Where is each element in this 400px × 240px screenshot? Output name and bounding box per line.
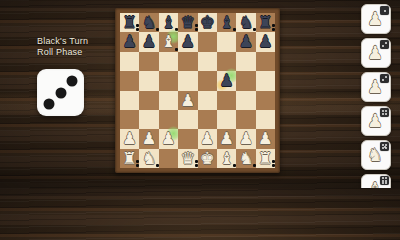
square-g5[interactable]: [236, 71, 255, 90]
tray-slot-2[interactable]: ♟: [361, 38, 391, 68]
phase-label: Roll Phase: [37, 47, 88, 58]
square-c2[interactable]: ♟: [159, 129, 178, 148]
square-e8[interactable]: ♚: [198, 13, 217, 32]
mini-die-5-icon: [380, 142, 389, 151]
square-d4[interactable]: ♟: [178, 91, 197, 110]
square-h3[interactable]: [256, 110, 275, 129]
square-h4[interactable]: [256, 91, 275, 110]
black-king[interactable]: ♚: [198, 13, 217, 32]
square-e5[interactable]: [198, 71, 217, 90]
square-e3[interactable]: [198, 110, 217, 129]
square-c7[interactable]: ♝: [159, 32, 178, 51]
tray-slot-4[interactable]: ♟: [361, 106, 391, 136]
turn-status: Black's Turn Roll Phase: [37, 36, 88, 58]
square-a7[interactable]: ♟: [120, 32, 139, 51]
white-pawn[interactable]: ♟: [139, 129, 158, 148]
square-c6[interactable]: [159, 52, 178, 71]
mini-die-6-icon: [380, 176, 389, 185]
square-b7[interactable]: ♟: [139, 32, 158, 51]
square-b6[interactable]: [139, 52, 158, 71]
mini-die-2-icon: [380, 40, 389, 49]
square-b3[interactable]: [139, 110, 158, 129]
black-pawn[interactable]: ♟: [139, 32, 158, 51]
piece-die-badge: [272, 24, 275, 31]
tray-slot-3[interactable]: ♟: [361, 72, 391, 102]
square-a1[interactable]: ♜: [120, 149, 139, 168]
square-b1[interactable]: ♞: [139, 149, 158, 168]
square-g8[interactable]: ♞: [236, 13, 255, 32]
square-c4[interactable]: [159, 91, 178, 110]
square-d8[interactable]: ♛: [178, 13, 197, 32]
square-e2[interactable]: ♟: [198, 129, 217, 148]
mini-die-4-icon: [380, 108, 389, 117]
square-e4[interactable]: [198, 91, 217, 110]
black-pawn[interactable]: ♟: [256, 32, 275, 51]
square-g2[interactable]: ♟: [236, 129, 255, 148]
black-pawn[interactable]: ♟: [178, 32, 197, 51]
piece-roll-tray: ♟♟♟♟♞♝: [361, 4, 391, 188]
square-a6[interactable]: [120, 52, 139, 71]
black-pawn[interactable]: ♟: [236, 32, 255, 51]
square-d6[interactable]: [178, 52, 197, 71]
square-b8[interactable]: ♞: [139, 13, 158, 32]
square-h8[interactable]: ♜: [256, 13, 275, 32]
piece-die-badge: [272, 160, 275, 167]
square-e6[interactable]: [198, 52, 217, 71]
white-pawn[interactable]: ♟: [236, 129, 255, 148]
square-c1[interactable]: [159, 149, 178, 168]
square-a3[interactable]: [120, 110, 139, 129]
square-b5[interactable]: [139, 71, 158, 90]
mini-die-2-icon: [380, 74, 389, 83]
square-d7[interactable]: ♟: [178, 32, 197, 51]
square-f7[interactable]: [217, 32, 236, 51]
chess-board[interactable]: ♜♞♝♛♚♝♞♜♟♟♝♟♟♟♟♟♟♟♟♟♟♟♟♜♞♛♚♝♞♜: [120, 13, 275, 168]
square-g4[interactable]: [236, 91, 255, 110]
square-a8[interactable]: ♜: [120, 13, 139, 32]
square-g6[interactable]: [236, 52, 255, 71]
white-pawn[interactable]: ♟: [178, 91, 197, 110]
square-f6[interactable]: [217, 52, 236, 71]
square-h6[interactable]: [256, 52, 275, 71]
square-h7[interactable]: ♟: [256, 32, 275, 51]
square-a4[interactable]: [120, 91, 139, 110]
square-a2[interactable]: ♟: [120, 129, 139, 148]
black-pawn[interactable]: ♟: [120, 32, 139, 51]
white-king[interactable]: ♚: [198, 149, 217, 168]
white-pawn[interactable]: ♟: [256, 129, 275, 148]
square-c3[interactable]: [159, 110, 178, 129]
square-g1[interactable]: ♞: [236, 149, 255, 168]
square-b4[interactable]: [139, 91, 158, 110]
square-g7[interactable]: ♟: [236, 32, 255, 51]
mini-die-1-icon: [380, 6, 389, 15]
tray-slot-1[interactable]: ♟: [361, 4, 391, 34]
square-d3[interactable]: [178, 110, 197, 129]
turn-label: Black's Turn: [37, 36, 88, 47]
white-pawn[interactable]: ♟: [217, 129, 236, 148]
tray-slot-6[interactable]: ♝: [361, 174, 391, 188]
square-c8[interactable]: ♝: [159, 13, 178, 32]
square-g3[interactable]: [236, 110, 255, 129]
square-f8[interactable]: ♝: [217, 13, 236, 32]
tray-slot-5[interactable]: ♞: [361, 140, 391, 170]
square-a5[interactable]: [120, 71, 139, 90]
square-d1[interactable]: ♛: [178, 149, 197, 168]
square-f1[interactable]: ♝: [217, 149, 236, 168]
square-d2[interactable]: [178, 129, 197, 148]
white-pawn[interactable]: ♟: [120, 129, 139, 148]
white-pawn[interactable]: ♟: [159, 129, 178, 148]
black-pawn[interactable]: ♟: [217, 71, 236, 90]
square-h5[interactable]: [256, 71, 275, 90]
square-f2[interactable]: ♟: [217, 129, 236, 148]
square-d5[interactable]: [178, 71, 197, 90]
square-b2[interactable]: ♟: [139, 129, 158, 148]
square-e1[interactable]: ♚: [198, 149, 217, 168]
square-c5[interactable]: [159, 71, 178, 90]
chess-board-frame: ♜♞♝♛♚♝♞♜♟♟♝♟♟♟♟♟♟♟♟♟♟♟♟♜♞♛♚♝♞♜: [115, 8, 280, 173]
square-h2[interactable]: ♟: [256, 129, 275, 148]
square-f3[interactable]: [217, 110, 236, 129]
square-f4[interactable]: [217, 91, 236, 110]
white-pawn[interactable]: ♟: [198, 129, 217, 148]
square-h1[interactable]: ♜: [256, 149, 275, 168]
square-f5[interactable]: ♟: [217, 71, 236, 90]
square-e7[interactable]: [198, 32, 217, 51]
dice[interactable]: [37, 69, 84, 116]
